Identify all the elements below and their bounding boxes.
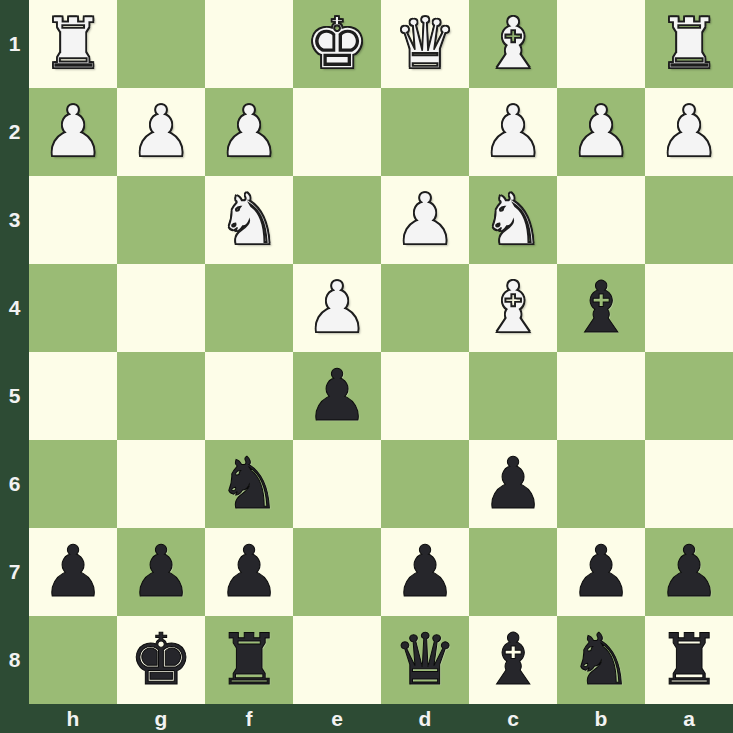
square-b2[interactable]: ♟: [557, 88, 645, 176]
square-g5[interactable]: [117, 352, 205, 440]
square-d2[interactable]: [381, 88, 469, 176]
file-label-c: c: [469, 704, 557, 733]
square-d3[interactable]: ♟: [381, 176, 469, 264]
square-f4[interactable]: [205, 264, 293, 352]
square-b3[interactable]: [557, 176, 645, 264]
square-a6[interactable]: [645, 440, 733, 528]
square-b5[interactable]: [557, 352, 645, 440]
white-pawn-e4[interactable]: ♟: [305, 264, 369, 352]
square-e4[interactable]: ♟: [293, 264, 381, 352]
black-queen-d8[interactable]: ♛: [393, 616, 457, 704]
black-knight-b8[interactable]: ♞: [569, 616, 633, 704]
black-pawn-h7[interactable]: ♟: [41, 528, 105, 616]
rank-label-4: 4: [0, 264, 29, 352]
file-label-b: b: [557, 704, 645, 733]
square-c4[interactable]: ♝: [469, 264, 557, 352]
square-a2[interactable]: ♟: [645, 88, 733, 176]
square-g8[interactable]: ♚: [117, 616, 205, 704]
square-g6[interactable]: [117, 440, 205, 528]
square-a7[interactable]: ♟: [645, 528, 733, 616]
white-pawn-c2[interactable]: ♟: [481, 88, 545, 176]
square-f6[interactable]: ♞: [205, 440, 293, 528]
square-e2[interactable]: [293, 88, 381, 176]
square-a4[interactable]: [645, 264, 733, 352]
black-pawn-e5[interactable]: ♟: [305, 352, 369, 440]
square-e3[interactable]: [293, 176, 381, 264]
white-pawn-g2[interactable]: ♟: [129, 88, 193, 176]
square-d7[interactable]: ♟: [381, 528, 469, 616]
white-queen-d1[interactable]: ♛: [393, 0, 457, 88]
square-h7[interactable]: ♟: [29, 528, 117, 616]
white-pawn-h2[interactable]: ♟: [41, 88, 105, 176]
square-c3[interactable]: ♞: [469, 176, 557, 264]
rank-label-5: 5: [0, 352, 29, 440]
square-f7[interactable]: ♟: [205, 528, 293, 616]
black-knight-f6[interactable]: ♞: [217, 440, 281, 528]
file-label-h: h: [29, 704, 117, 733]
square-f5[interactable]: [205, 352, 293, 440]
square-h8[interactable]: [29, 616, 117, 704]
square-a8[interactable]: ♜: [645, 616, 733, 704]
square-d8[interactable]: ♛: [381, 616, 469, 704]
board-corner: [0, 704, 29, 733]
white-rook-h1[interactable]: ♜: [41, 0, 105, 88]
square-d4[interactable]: [381, 264, 469, 352]
black-pawn-a7[interactable]: ♟: [657, 528, 721, 616]
file-label-f: f: [205, 704, 293, 733]
file-label-d: d: [381, 704, 469, 733]
black-pawn-g7[interactable]: ♟: [129, 528, 193, 616]
square-b7[interactable]: ♟: [557, 528, 645, 616]
white-bishop-c4[interactable]: ♝: [481, 264, 545, 352]
square-c5[interactable]: [469, 352, 557, 440]
square-f1[interactable]: [205, 0, 293, 88]
square-d6[interactable]: [381, 440, 469, 528]
white-rook-a1[interactable]: ♜: [657, 0, 721, 88]
white-pawn-f2[interactable]: ♟: [217, 88, 281, 176]
white-pawn-a2[interactable]: ♟: [657, 88, 721, 176]
square-e6[interactable]: [293, 440, 381, 528]
square-a5[interactable]: [645, 352, 733, 440]
square-b4[interactable]: ♝: [557, 264, 645, 352]
chess-board: 1♜♚♛♝♜2♟♟♟♟♟♟3♞♟♞4♟♝♝5♟6♞♟7♟♟♟♟♟♟8♚♜♛♝♞♜…: [0, 0, 733, 733]
square-h2[interactable]: ♟: [29, 88, 117, 176]
white-bishop-c1[interactable]: ♝: [481, 0, 545, 88]
square-f8[interactable]: ♜: [205, 616, 293, 704]
white-pawn-b2[interactable]: ♟: [569, 88, 633, 176]
square-b8[interactable]: ♞: [557, 616, 645, 704]
rank-label-3: 3: [0, 176, 29, 264]
rank-label-2: 2: [0, 88, 29, 176]
black-pawn-c6[interactable]: ♟: [481, 440, 545, 528]
file-label-a: a: [645, 704, 733, 733]
rank-label-1: 1: [0, 0, 29, 88]
square-c2[interactable]: ♟: [469, 88, 557, 176]
square-e8[interactable]: [293, 616, 381, 704]
white-knight-c3[interactable]: ♞: [481, 176, 545, 264]
black-pawn-b7[interactable]: ♟: [569, 528, 633, 616]
square-b1[interactable]: [557, 0, 645, 88]
square-a1[interactable]: ♜: [645, 0, 733, 88]
square-g4[interactable]: [117, 264, 205, 352]
square-d1[interactable]: ♛: [381, 0, 469, 88]
square-a3[interactable]: [645, 176, 733, 264]
black-pawn-d7[interactable]: ♟: [393, 528, 457, 616]
square-g3[interactable]: [117, 176, 205, 264]
white-pawn-d3[interactable]: ♟: [393, 176, 457, 264]
square-f2[interactable]: ♟: [205, 88, 293, 176]
file-label-g: g: [117, 704, 205, 733]
black-bishop-c8[interactable]: ♝: [481, 616, 545, 704]
white-knight-f3[interactable]: ♞: [217, 176, 281, 264]
square-h4[interactable]: [29, 264, 117, 352]
black-pawn-f7[interactable]: ♟: [217, 528, 281, 616]
square-g7[interactable]: ♟: [117, 528, 205, 616]
file-label-e: e: [293, 704, 381, 733]
square-f3[interactable]: ♞: [205, 176, 293, 264]
square-c1[interactable]: ♝: [469, 0, 557, 88]
square-d5[interactable]: [381, 352, 469, 440]
square-e5[interactable]: ♟: [293, 352, 381, 440]
square-e7[interactable]: [293, 528, 381, 616]
black-bishop-b4[interactable]: ♝: [569, 264, 633, 352]
square-c8[interactable]: ♝: [469, 616, 557, 704]
square-h5[interactable]: [29, 352, 117, 440]
square-h1[interactable]: ♜: [29, 0, 117, 88]
square-g1[interactable]: [117, 0, 205, 88]
rank-label-6: 6: [0, 440, 29, 528]
rank-label-7: 7: [0, 528, 29, 616]
square-h3[interactable]: [29, 176, 117, 264]
square-c7[interactable]: [469, 528, 557, 616]
square-e1[interactable]: ♚: [293, 0, 381, 88]
rank-label-8: 8: [0, 616, 29, 704]
black-rook-f8[interactable]: ♜: [217, 616, 281, 704]
black-rook-a8[interactable]: ♜: [657, 616, 721, 704]
square-c6[interactable]: ♟: [469, 440, 557, 528]
square-g2[interactable]: ♟: [117, 88, 205, 176]
black-king-g8[interactable]: ♚: [129, 616, 193, 704]
white-king-e1[interactable]: ♚: [305, 0, 369, 88]
square-b6[interactable]: [557, 440, 645, 528]
square-h6[interactable]: [29, 440, 117, 528]
